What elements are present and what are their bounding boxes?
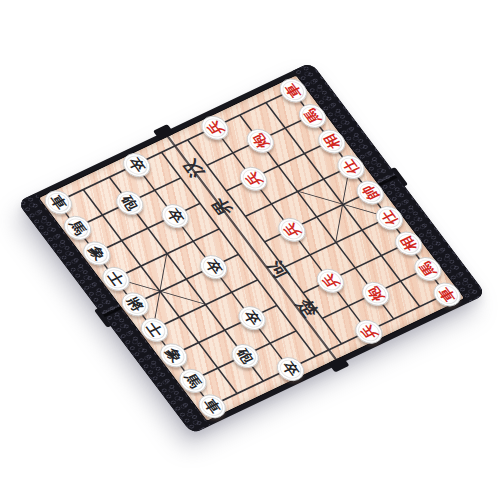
piece-red-soldier-r6f8[interactable]: 兵 <box>350 316 388 348</box>
piece-glyph: 車 <box>201 397 222 415</box>
piece-glyph: 車 <box>436 286 457 304</box>
piece-glyph: 象 <box>86 244 107 262</box>
piece-glyph: 仕 <box>379 209 400 227</box>
piece-glyph: 馬 <box>182 372 203 390</box>
piece-glyph: 砲 <box>234 347 255 365</box>
piece-glyph: 炮 <box>365 285 386 303</box>
piece-glyph: 卒 <box>126 156 147 174</box>
piece-glyph: 象 <box>163 346 184 364</box>
piece-red-cannon-r7f1[interactable]: 炮 <box>241 125 279 157</box>
piece-red-soldier-r6f0[interactable]: 兵 <box>196 112 234 144</box>
piece-glyph: 相 <box>321 133 342 151</box>
piece-red-soldier-r6f6[interactable]: 兵 <box>311 265 349 297</box>
piece-glyph: 馬 <box>67 219 88 237</box>
piece-black-soldier-r3f8[interactable]: 卒 <box>271 353 309 385</box>
river-text-red-1: 楚 <box>291 295 324 321</box>
river-text-red-0: 河 <box>262 257 295 283</box>
piece-glyph: 車 <box>283 82 304 100</box>
piece-glyph: 兵 <box>320 272 341 290</box>
piece-glyph: 卒 <box>280 360 301 378</box>
piece-black-soldier-r3f6[interactable]: 卒 <box>233 302 271 334</box>
folding-case: 汉界河楚車馬象士將士象馬車砲砲卒卒卒卒卒兵兵兵兵兵炮炮車馬相仕帥仕相馬車 <box>17 62 486 434</box>
piece-black-soldier-r3f4[interactable]: 卒 <box>195 251 233 283</box>
piece-black-cannon-r2f7[interactable]: 砲 <box>226 340 264 372</box>
piece-glyph: 帥 <box>359 184 380 202</box>
piece-glyph: 馬 <box>302 107 323 125</box>
piece-glyph: 士 <box>105 270 126 288</box>
piece-glyph: 馬 <box>417 260 438 278</box>
piece-glyph: 砲 <box>119 194 140 212</box>
piece-black-soldier-r3f2[interactable]: 卒 <box>156 200 194 232</box>
piece-glyph: 仕 <box>340 158 361 176</box>
piece-glyph: 兵 <box>281 221 302 239</box>
xiangqi-grid: 汉界河楚車馬象士將士象馬車砲砲卒卒卒卒卒兵兵兵兵兵炮炮車馬相仕帥仕相馬車 <box>57 90 446 406</box>
piece-red-soldier-r6f2[interactable]: 兵 <box>234 163 272 195</box>
piece-glyph: 相 <box>398 235 419 253</box>
board-paper: 汉界河楚車馬象士將士象馬車砲砲卒卒卒卒卒兵兵兵兵兵炮炮車馬相仕帥仕相馬車 <box>39 76 464 421</box>
piece-black-cannon-r2f1[interactable]: 砲 <box>111 187 149 219</box>
piece-glyph: 炮 <box>250 132 271 150</box>
product-photo-scene: 汉界河楚車馬象士將士象馬車砲砲卒卒卒卒卒兵兵兵兵兵炮炮車馬相仕帥仕相馬車 <box>0 0 500 500</box>
piece-glyph: 兵 <box>243 170 264 188</box>
piece-glyph: 兵 <box>204 119 225 137</box>
piece-glyph: 卒 <box>203 258 224 276</box>
piece-glyph: 兵 <box>358 323 379 341</box>
piece-glyph: 士 <box>144 321 165 339</box>
piece-red-soldier-r6f4[interactable]: 兵 <box>273 214 311 246</box>
piece-glyph: 卒 <box>241 309 262 327</box>
piece-glyph: 卒 <box>164 207 185 225</box>
piece-red-cannon-r7f7[interactable]: 炮 <box>357 278 395 310</box>
piece-glyph: 車 <box>48 193 69 211</box>
piece-glyph: 將 <box>125 295 146 313</box>
piece-black-soldier-r3f0[interactable]: 卒 <box>118 149 156 181</box>
